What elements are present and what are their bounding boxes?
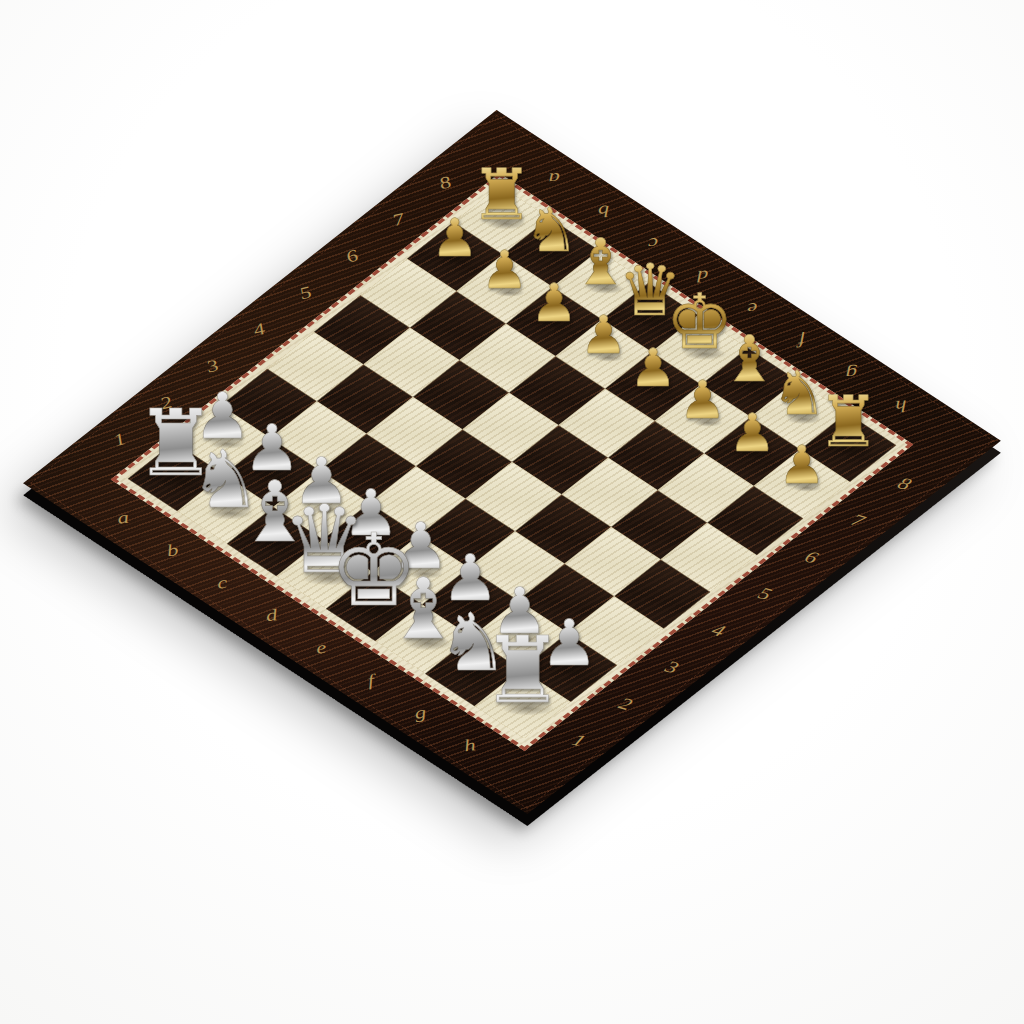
product-photo-stage: aabbccddeeffgghh8877665544332211 ♜♞♝♛♚♝♞… [0, 0, 1024, 1024]
black-pawn-h7[interactable]: ♟ [778, 439, 825, 492]
black-bishop-f8[interactable]: ♝ [720, 327, 777, 391]
black-pawn-a7[interactable]: ♟ [431, 211, 478, 264]
black-pawn-g7[interactable]: ♟ [729, 406, 776, 459]
black-knight-b8[interactable]: ♞ [524, 200, 579, 261]
black-pawn-e7[interactable]: ♟ [630, 341, 677, 394]
black-pawn-b7[interactable]: ♟ [481, 244, 528, 297]
white-rook-h1[interactable]: ♜ [481, 625, 563, 717]
black-rook-h8[interactable]: ♜ [817, 387, 880, 457]
black-pawn-d7[interactable]: ♟ [580, 309, 627, 362]
black-pawn-f7[interactable]: ♟ [679, 374, 726, 427]
pieces-layer: ♜♞♝♛♚♝♞♜♟♟♟♟♟♟♟♟♟♟♟♟♟♟♟♟♜♞♝♛♚♝♞♜ [0, 0, 1024, 1024]
black-pawn-c7[interactable]: ♟ [530, 276, 577, 329]
